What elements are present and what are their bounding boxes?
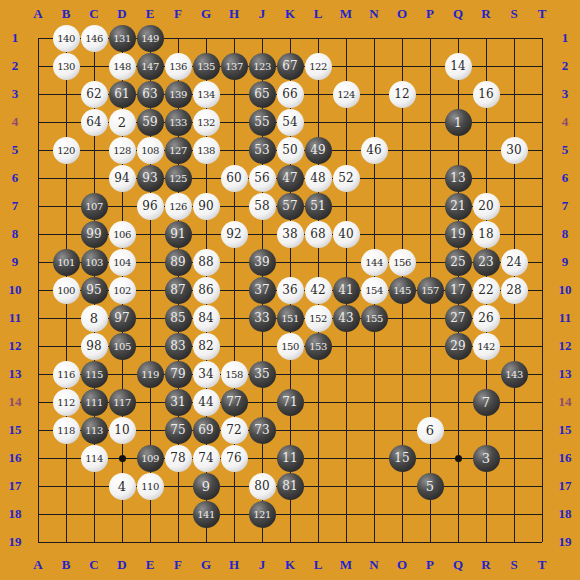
white-stone-B15[interactable]: 118 (53, 417, 80, 444)
black-stone-F14[interactable]: 31 (165, 389, 192, 416)
black-stone-S13[interactable]: 143 (501, 361, 528, 388)
col-label-top-S: S (500, 4, 528, 24)
white-stone-G4[interactable]: 132 (193, 109, 220, 136)
col-label-bottom-R: R (472, 555, 500, 575)
white-stone-G12[interactable]: 82 (193, 333, 220, 360)
black-stone-E3[interactable]: 63 (137, 81, 164, 108)
col-label-bottom-H: H (220, 555, 248, 575)
black-stone-C9[interactable]: 103 (81, 249, 108, 276)
black-stone-Q9[interactable]: 25 (445, 249, 472, 276)
col-label-top-L: L (304, 4, 332, 24)
black-stone-E13[interactable]: 119 (137, 361, 164, 388)
col-label-bottom-Q: Q (444, 555, 472, 575)
black-stone-K17[interactable]: 81 (277, 473, 304, 500)
white-stone-G10[interactable]: 86 (193, 277, 220, 304)
white-stone-E17[interactable]: 110 (137, 473, 164, 500)
white-stone-G9[interactable]: 88 (193, 249, 220, 276)
white-stone-B14[interactable]: 112 (53, 389, 80, 416)
black-stone-E16[interactable]: 109 (137, 445, 164, 472)
white-stone-J7[interactable]: 58 (249, 193, 276, 220)
col-label-bottom-D: D (108, 555, 136, 575)
black-stone-F4[interactable]: 133 (165, 109, 192, 136)
white-stone-O9[interactable]: 156 (389, 249, 416, 276)
black-stone-K2[interactable]: 67 (277, 53, 304, 80)
black-stone-M10[interactable]: 41 (333, 277, 360, 304)
white-stone-N5[interactable]: 46 (361, 137, 388, 164)
white-stone-K12[interactable]: 150 (277, 333, 304, 360)
col-label-bottom-L: L (304, 555, 332, 575)
white-stone-F2[interactable]: 136 (165, 53, 192, 80)
black-stone-P10[interactable]: 157 (417, 277, 444, 304)
black-stone-J13[interactable]: 35 (249, 361, 276, 388)
white-stone-D6[interactable]: 94 (109, 165, 136, 192)
col-label-bottom-B: B (52, 555, 80, 575)
black-stone-R9[interactable]: 23 (473, 249, 500, 276)
black-stone-J9[interactable]: 39 (249, 249, 276, 276)
black-stone-C10[interactable]: 95 (81, 277, 108, 304)
white-stone-L10[interactable]: 42 (305, 277, 332, 304)
white-stone-E5[interactable]: 108 (137, 137, 164, 164)
white-stone-C11[interactable]: 8 (81, 305, 108, 332)
col-label-bottom-C: C (80, 555, 108, 575)
white-stone-H8[interactable]: 92 (221, 221, 248, 248)
black-stone-O10[interactable]: 145 (389, 277, 416, 304)
white-stone-O3[interactable]: 12 (389, 81, 416, 108)
black-stone-K7[interactable]: 57 (277, 193, 304, 220)
star-point-D16 (119, 455, 126, 462)
white-stone-H16[interactable]: 76 (221, 445, 248, 472)
col-label-top-G: G (192, 4, 220, 24)
black-stone-D11[interactable]: 97 (109, 305, 136, 332)
white-stone-D15[interactable]: 10 (109, 417, 136, 444)
black-stone-C13[interactable]: 115 (81, 361, 108, 388)
white-stone-H6[interactable]: 60 (221, 165, 248, 192)
col-label-top-K: K (276, 4, 304, 24)
black-stone-Q12[interactable]: 29 (445, 333, 472, 360)
black-stone-H14[interactable]: 77 (221, 389, 248, 416)
black-stone-Q11[interactable]: 27 (445, 305, 472, 332)
white-stone-J17[interactable]: 80 (249, 473, 276, 500)
white-stone-D4[interactable]: 2 (109, 109, 136, 136)
black-stone-J3[interactable]: 65 (249, 81, 276, 108)
white-stone-R3[interactable]: 16 (473, 81, 500, 108)
col-label-top-Q: Q (444, 4, 472, 24)
white-stone-D17[interactable]: 4 (109, 473, 136, 500)
black-stone-L5[interactable]: 49 (305, 137, 332, 164)
white-stone-R11[interactable]: 26 (473, 305, 500, 332)
white-stone-G5[interactable]: 138 (193, 137, 220, 164)
col-label-bottom-M: M (332, 555, 360, 575)
col-label-bottom-P: P (416, 555, 444, 575)
go-board-diagram: 1234567891011121314151617181920212223242… (0, 0, 580, 580)
white-stone-M3[interactable]: 124 (333, 81, 360, 108)
white-stone-K10[interactable]: 36 (277, 277, 304, 304)
white-stone-F16[interactable]: 78 (165, 445, 192, 472)
black-stone-L7[interactable]: 51 (305, 193, 332, 220)
white-stone-H13[interactable]: 158 (221, 361, 248, 388)
col-label-top-C: C (80, 4, 108, 24)
black-stone-F5[interactable]: 127 (165, 137, 192, 164)
col-label-bottom-F: F (164, 555, 192, 575)
black-stone-F8[interactable]: 91 (165, 221, 192, 248)
col-label-bottom-O: O (388, 555, 416, 575)
white-stone-L11[interactable]: 152 (305, 305, 332, 332)
black-stone-G17[interactable]: 9 (193, 473, 220, 500)
white-stone-R12[interactable]: 142 (473, 333, 500, 360)
white-stone-G7[interactable]: 90 (193, 193, 220, 220)
col-label-top-E: E (136, 4, 164, 24)
black-stone-N11[interactable]: 155 (361, 305, 388, 332)
white-stone-N9[interactable]: 144 (361, 249, 388, 276)
col-label-top-M: M (332, 4, 360, 24)
black-stone-Q10[interactable]: 17 (445, 277, 472, 304)
black-stone-F12[interactable]: 83 (165, 333, 192, 360)
black-stone-G18[interactable]: 141 (193, 501, 220, 528)
black-stone-J5[interactable]: 53 (249, 137, 276, 164)
white-stone-N10[interactable]: 154 (361, 277, 388, 304)
black-stone-F11[interactable]: 85 (165, 305, 192, 332)
white-stone-C1[interactable]: 146 (81, 25, 108, 52)
black-stone-C7[interactable]: 107 (81, 193, 108, 220)
white-stone-R8[interactable]: 18 (473, 221, 500, 248)
white-stone-D2[interactable]: 148 (109, 53, 136, 80)
black-stone-K14[interactable]: 71 (277, 389, 304, 416)
col-label-top-T: T (528, 4, 556, 24)
black-stone-F3[interactable]: 139 (165, 81, 192, 108)
white-stone-H15[interactable]: 72 (221, 417, 248, 444)
white-stone-L2[interactable]: 122 (305, 53, 332, 80)
black-stone-E2[interactable]: 147 (137, 53, 164, 80)
col-label-bottom-G: G (192, 555, 220, 575)
black-stone-E4[interactable]: 59 (137, 109, 164, 136)
black-stone-C15[interactable]: 113 (81, 417, 108, 444)
white-stone-M8[interactable]: 40 (333, 221, 360, 248)
black-stone-F10[interactable]: 87 (165, 277, 192, 304)
white-stone-Q2[interactable]: 14 (445, 53, 472, 80)
white-stone-C12[interactable]: 98 (81, 333, 108, 360)
black-stone-Q6[interactable]: 13 (445, 165, 472, 192)
col-label-bottom-N: N (360, 555, 388, 575)
white-stone-S5[interactable]: 30 (501, 137, 528, 164)
white-stone-G13[interactable]: 34 (193, 361, 220, 388)
col-label-top-J: J (248, 4, 276, 24)
black-stone-J18[interactable]: 121 (249, 501, 276, 528)
white-stone-S9[interactable]: 24 (501, 249, 528, 276)
black-stone-C14[interactable]: 111 (81, 389, 108, 416)
white-stone-D5[interactable]: 128 (109, 137, 136, 164)
col-label-bottom-T: T (528, 555, 556, 575)
white-stone-R10[interactable]: 22 (473, 277, 500, 304)
white-stone-C16[interactable]: 114 (81, 445, 108, 472)
white-stone-B5[interactable]: 120 (53, 137, 80, 164)
black-stone-F13[interactable]: 79 (165, 361, 192, 388)
black-stone-J10[interactable]: 37 (249, 277, 276, 304)
black-stone-G2[interactable]: 135 (193, 53, 220, 80)
black-stone-F6[interactable]: 125 (165, 165, 192, 192)
white-stone-K3[interactable]: 66 (277, 81, 304, 108)
white-stone-G3[interactable]: 134 (193, 81, 220, 108)
col-label-top-D: D (108, 4, 136, 24)
white-stone-B13[interactable]: 116 (53, 361, 80, 388)
white-stone-J6[interactable]: 56 (249, 165, 276, 192)
white-stone-S10[interactable]: 28 (501, 277, 528, 304)
black-stone-Q4[interactable]: 1 (445, 109, 472, 136)
black-stone-J11[interactable]: 33 (249, 305, 276, 332)
white-stone-K5[interactable]: 50 (277, 137, 304, 164)
black-stone-F9[interactable]: 89 (165, 249, 192, 276)
black-stone-D14[interactable]: 117 (109, 389, 136, 416)
white-stone-K4[interactable]: 54 (277, 109, 304, 136)
black-stone-R14[interactable]: 7 (473, 389, 500, 416)
white-stone-C4[interactable]: 64 (81, 109, 108, 136)
white-stone-C3[interactable]: 62 (81, 81, 108, 108)
black-stone-Q7[interactable]: 21 (445, 193, 472, 220)
col-label-bottom-J: J (248, 555, 276, 575)
black-stone-D1[interactable]: 131 (109, 25, 136, 52)
black-stone-E6[interactable]: 93 (137, 165, 164, 192)
col-label-bottom-K: K (276, 555, 304, 575)
black-stone-K11[interactable]: 151 (277, 305, 304, 332)
black-stone-H2[interactable]: 137 (221, 53, 248, 80)
white-stone-D8[interactable]: 106 (109, 221, 136, 248)
black-stone-C8[interactable]: 99 (81, 221, 108, 248)
black-stone-M11[interactable]: 43 (333, 305, 360, 332)
white-stone-P15[interactable]: 6 (417, 417, 444, 444)
white-stone-K8[interactable]: 38 (277, 221, 304, 248)
white-stone-D9[interactable]: 104 (109, 249, 136, 276)
black-stone-P17[interactable]: 5 (417, 473, 444, 500)
black-stone-J15[interactable]: 73 (249, 417, 276, 444)
black-stone-D3[interactable]: 61 (109, 81, 136, 108)
col-label-bottom-S: S (500, 555, 528, 575)
col-label-top-F: F (164, 4, 192, 24)
star-point-Q16 (455, 455, 462, 462)
go-board[interactable]: 1234567891011121314151617181920212223242… (24, 24, 556, 556)
black-stone-K6[interactable]: 47 (277, 165, 304, 192)
black-stone-G15[interactable]: 69 (193, 417, 220, 444)
white-stone-M6[interactable]: 52 (333, 165, 360, 192)
black-stone-J4[interactable]: 55 (249, 109, 276, 136)
col-label-top-B: B (52, 4, 80, 24)
white-stone-F7[interactable]: 126 (165, 193, 192, 220)
white-stone-G16[interactable]: 74 (193, 445, 220, 472)
black-stone-B9[interactable]: 101 (53, 249, 80, 276)
col-label-bottom-E: E (136, 555, 164, 575)
col-label-top-R: R (472, 4, 500, 24)
white-stone-G11[interactable]: 84 (193, 305, 220, 332)
black-stone-J2[interactable]: 123 (249, 53, 276, 80)
black-stone-F15[interactable]: 75 (165, 417, 192, 444)
white-stone-B10[interactable]: 100 (53, 277, 80, 304)
col-label-top-P: P (416, 4, 444, 24)
col-label-top-A: A (24, 4, 52, 24)
white-stone-L6[interactable]: 48 (305, 165, 332, 192)
white-stone-B2[interactable]: 130 (53, 53, 80, 80)
white-stone-G14[interactable]: 44 (193, 389, 220, 416)
white-stone-B1[interactable]: 140 (53, 25, 80, 52)
col-label-bottom-A: A (24, 555, 52, 575)
white-stone-L8[interactable]: 68 (305, 221, 332, 248)
black-stone-D12[interactable]: 105 (109, 333, 136, 360)
black-stone-K16[interactable]: 11 (277, 445, 304, 472)
black-stone-L12[interactable]: 153 (305, 333, 332, 360)
col-label-top-N: N (360, 4, 388, 24)
white-stone-D10[interactable]: 102 (109, 277, 136, 304)
black-stone-R16[interactable]: 3 (473, 445, 500, 472)
black-stone-E1[interactable]: 149 (137, 25, 164, 52)
col-label-top-H: H (220, 4, 248, 24)
black-stone-O16[interactable]: 15 (389, 445, 416, 472)
black-stone-Q8[interactable]: 19 (445, 221, 472, 248)
col-label-top-O: O (388, 4, 416, 24)
white-stone-R7[interactable]: 20 (473, 193, 500, 220)
white-stone-E7[interactable]: 96 (137, 193, 164, 220)
